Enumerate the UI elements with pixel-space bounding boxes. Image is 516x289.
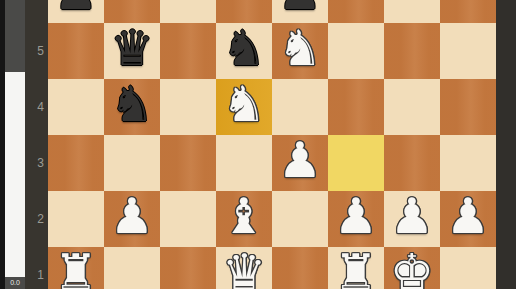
- rank-label-4: 4: [30, 100, 44, 114]
- square-a1[interactable]: ♜: [48, 247, 104, 289]
- square-b5[interactable]: ♛: [104, 23, 160, 79]
- square-d1[interactable]: ♛: [216, 247, 272, 289]
- rank-label-2: 2: [30, 212, 44, 226]
- square-h6[interactable]: [440, 0, 496, 23]
- chess-board[interactable]: ♟♟♛♞♞♞♞♟♟♝♟♟♟♜♛♜♚: [48, 0, 496, 289]
- square-f2[interactable]: ♟: [328, 191, 384, 247]
- square-d2[interactable]: ♝: [216, 191, 272, 247]
- square-a5[interactable]: [48, 23, 104, 79]
- square-c6[interactable]: [160, 0, 216, 23]
- square-h4[interactable]: [440, 79, 496, 135]
- square-a4[interactable]: [48, 79, 104, 135]
- white-pawn-g2[interactable]: ♟: [390, 189, 434, 245]
- square-e2[interactable]: [272, 191, 328, 247]
- square-f1[interactable]: ♜: [328, 247, 384, 289]
- black-pawn-a6[interactable]: ♟: [54, 0, 98, 21]
- white-pawn-e3[interactable]: ♟: [278, 133, 322, 189]
- square-d4[interactable]: ♞: [216, 79, 272, 135]
- square-f5[interactable]: [328, 23, 384, 79]
- white-king-g1[interactable]: ♚: [390, 245, 434, 289]
- square-c4[interactable]: [160, 79, 216, 135]
- white-bishop-d2[interactable]: ♝: [222, 189, 266, 245]
- square-a3[interactable]: [48, 135, 104, 191]
- square-c3[interactable]: [160, 135, 216, 191]
- square-h1[interactable]: [440, 247, 496, 289]
- square-e1[interactable]: [272, 247, 328, 289]
- white-pawn-f2[interactable]: ♟: [334, 189, 378, 245]
- square-b4[interactable]: ♞: [104, 79, 160, 135]
- white-pawn-h2[interactable]: ♟: [446, 189, 490, 245]
- square-g1[interactable]: ♚: [384, 247, 440, 289]
- chess-app-frame: 0.0 654321 ♟♟♛♞♞♞♞♟♟♝♟♟♟♜♛♜♚: [0, 0, 516, 289]
- black-knight-b4[interactable]: ♞: [110, 77, 154, 133]
- white-rook-a1[interactable]: ♜: [54, 245, 98, 289]
- black-queen-b5[interactable]: ♛: [110, 21, 154, 77]
- square-g6[interactable]: [384, 0, 440, 23]
- evaluation-score: 0.0: [5, 278, 25, 288]
- square-g3[interactable]: [384, 135, 440, 191]
- evaluation-bar-white-fill: [5, 72, 25, 277]
- square-b3[interactable]: [104, 135, 160, 191]
- square-b1[interactable]: [104, 247, 160, 289]
- rank-label-6: 6: [30, 0, 44, 2]
- black-pawn-e6[interactable]: ♟: [278, 0, 322, 21]
- white-queen-d1[interactable]: ♛: [222, 245, 266, 289]
- square-f4[interactable]: [328, 79, 384, 135]
- rank-label-5: 5: [30, 44, 44, 58]
- square-a6[interactable]: ♟: [48, 0, 104, 23]
- rank-label-1: 1: [30, 268, 44, 282]
- square-c5[interactable]: [160, 23, 216, 79]
- black-knight-d5[interactable]: ♞: [222, 21, 266, 77]
- window-right-edge: [496, 0, 516, 289]
- white-pawn-b2[interactable]: ♟: [110, 189, 154, 245]
- square-f3[interactable]: [328, 135, 384, 191]
- rank-label-3: 3: [30, 156, 44, 170]
- square-c2[interactable]: [160, 191, 216, 247]
- square-h3[interactable]: [440, 135, 496, 191]
- white-rook-f1[interactable]: ♜: [334, 245, 378, 289]
- square-h5[interactable]: [440, 23, 496, 79]
- square-a2[interactable]: [48, 191, 104, 247]
- square-f6[interactable]: [328, 0, 384, 23]
- square-e3[interactable]: ♟: [272, 135, 328, 191]
- square-d3[interactable]: [216, 135, 272, 191]
- square-b2[interactable]: ♟: [104, 191, 160, 247]
- white-knight-e5[interactable]: ♞: [278, 21, 322, 77]
- square-g4[interactable]: [384, 79, 440, 135]
- rank-coordinates-panel: 654321: [25, 0, 48, 289]
- square-d5[interactable]: ♞: [216, 23, 272, 79]
- square-e5[interactable]: ♞: [272, 23, 328, 79]
- evaluation-bar: 0.0: [5, 0, 25, 289]
- square-e4[interactable]: [272, 79, 328, 135]
- square-g5[interactable]: [384, 23, 440, 79]
- square-c1[interactable]: [160, 247, 216, 289]
- square-h2[interactable]: ♟: [440, 191, 496, 247]
- white-knight-d4[interactable]: ♞: [222, 77, 266, 133]
- square-g2[interactable]: ♟: [384, 191, 440, 247]
